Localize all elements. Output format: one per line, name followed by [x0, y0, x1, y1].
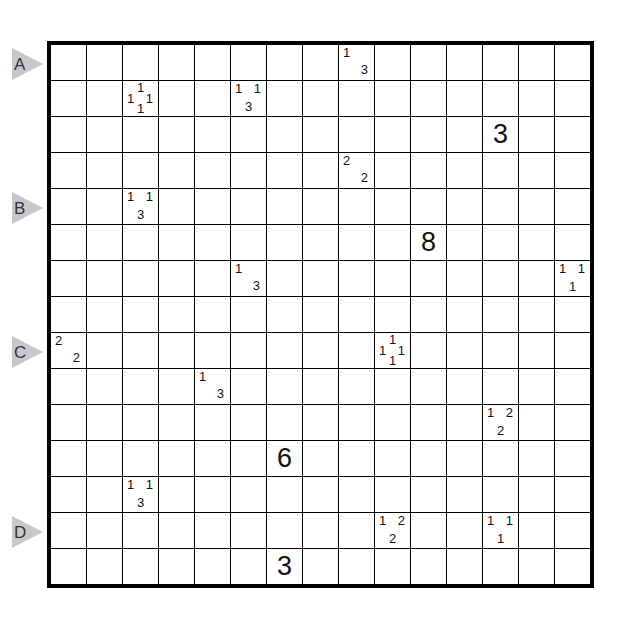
- cell-r8c6[interactable]: [231, 297, 266, 332]
- clue-cell-r4c9: 22: [339, 153, 374, 188]
- clue-digit: 1: [127, 192, 134, 202]
- cell-r3c3[interactable]: [123, 117, 158, 152]
- cell-r8c15[interactable]: [555, 297, 590, 332]
- clue-cell-r3c13: 3: [483, 117, 518, 152]
- row-marker-a: A: [10, 46, 44, 82]
- clue-digit: 2: [343, 156, 350, 166]
- clue-digit: 1: [254, 84, 261, 94]
- clue-cell-r10c5: 13: [195, 369, 230, 404]
- cell-r2c4[interactable]: [159, 81, 194, 116]
- cell-r14c4[interactable]: [159, 513, 194, 548]
- clue-digit: 1: [389, 356, 396, 366]
- clue-digit: 3: [483, 117, 518, 152]
- cell-r14c14[interactable]: [519, 513, 554, 548]
- cell-r6c14[interactable]: [519, 225, 554, 260]
- cell-r7c4[interactable]: [159, 261, 194, 296]
- cell-r11c9[interactable]: [339, 405, 374, 440]
- cell-r14c3[interactable]: [123, 513, 158, 548]
- cell-r13c4[interactable]: [159, 477, 194, 512]
- clue-digit: 2: [389, 534, 396, 544]
- cell-r11c15[interactable]: [555, 405, 590, 440]
- cell-r15c1[interactable]: [51, 549, 86, 584]
- cell-r7c5[interactable]: [195, 261, 230, 296]
- clue-digit: 3: [137, 210, 144, 220]
- clue-cell-r7c6: 13: [231, 261, 266, 296]
- cell-r15c6[interactable]: [231, 549, 266, 584]
- clue-cell-r6c11: 8: [411, 225, 446, 260]
- cell-r5c2[interactable]: [87, 189, 122, 224]
- cell-r1c12[interactable]: [447, 45, 482, 80]
- cell-r8c5[interactable]: [195, 297, 230, 332]
- cell-r15c13[interactable]: [483, 549, 518, 584]
- cell-r5c6[interactable]: [231, 189, 266, 224]
- cell-r1c5[interactable]: [195, 45, 230, 80]
- cell-r6c9[interactable]: [339, 225, 374, 260]
- cell-r11c2[interactable]: [87, 405, 122, 440]
- cell-r3c12[interactable]: [447, 117, 482, 152]
- cell-r4c11[interactable]: [411, 153, 446, 188]
- clue-digit: 1: [578, 264, 585, 274]
- cell-r10c15[interactable]: [555, 369, 590, 404]
- cell-r12c5[interactable]: [195, 441, 230, 476]
- cell-r10c8[interactable]: [303, 369, 338, 404]
- clue-digit: 1: [146, 192, 153, 202]
- clue-cell-r12c7: 6: [267, 441, 302, 476]
- cell-r6c4[interactable]: [159, 225, 194, 260]
- cell-r9c11[interactable]: [411, 333, 446, 368]
- cell-r11c1[interactable]: [51, 405, 86, 440]
- svg-text:A: A: [14, 55, 26, 74]
- cell-r13c7[interactable]: [267, 477, 302, 512]
- cell-r13c5[interactable]: [195, 477, 230, 512]
- cell-r4c14[interactable]: [519, 153, 554, 188]
- clue-cell-r2c6: 113: [231, 81, 266, 116]
- cell-r14c6[interactable]: [231, 513, 266, 548]
- svg-text:D: D: [14, 523, 26, 542]
- cell-r13c1[interactable]: [51, 477, 86, 512]
- clue-digit: 2: [398, 516, 405, 526]
- clue-cell-r13c3: 113: [123, 477, 158, 512]
- cell-r3c11[interactable]: [411, 117, 446, 152]
- cell-r13c14[interactable]: [519, 477, 554, 512]
- cell-r8c4[interactable]: [159, 297, 194, 332]
- cell-r12c11[interactable]: [411, 441, 446, 476]
- cell-r7c2[interactable]: [87, 261, 122, 296]
- clue-digit: 3: [245, 102, 252, 112]
- clue-cell-r11c13: 122: [483, 405, 518, 440]
- clue-cell-r14c13: 111: [483, 513, 518, 548]
- clue-cell-r15c7: 3: [267, 549, 302, 584]
- cell-r2c10[interactable]: [375, 81, 410, 116]
- cell-r4c1[interactable]: [51, 153, 86, 188]
- cell-r6c5[interactable]: [195, 225, 230, 260]
- marker-triangle-icon: A: [10, 46, 44, 82]
- cell-r3c6[interactable]: [231, 117, 266, 152]
- cell-r14c8[interactable]: [303, 513, 338, 548]
- cell-r14c5[interactable]: [195, 513, 230, 548]
- cell-r3c7[interactable]: [267, 117, 302, 152]
- cell-r5c15[interactable]: [555, 189, 590, 224]
- cell-r6c6[interactable]: [231, 225, 266, 260]
- cell-r12c2[interactable]: [87, 441, 122, 476]
- cell-r8c3[interactable]: [123, 297, 158, 332]
- cell-r10c12[interactable]: [447, 369, 482, 404]
- cell-r4c8[interactable]: [303, 153, 338, 188]
- cell-r15c2[interactable]: [87, 549, 122, 584]
- row-marker-b: B: [10, 190, 44, 226]
- cell-r3c2[interactable]: [87, 117, 122, 152]
- cell-r6c10[interactable]: [375, 225, 410, 260]
- cell-r8c2[interactable]: [87, 297, 122, 332]
- cell-r10c2[interactable]: [87, 369, 122, 404]
- cell-r12c12[interactable]: [447, 441, 482, 476]
- cell-r9c14[interactable]: [519, 333, 554, 368]
- row-marker-c: C: [10, 334, 44, 370]
- cell-r1c13[interactable]: [483, 45, 518, 80]
- cell-r7c8[interactable]: [303, 261, 338, 296]
- clue-digit: 1: [389, 335, 396, 345]
- cell-r2c15[interactable]: [555, 81, 590, 116]
- cell-r15c11[interactable]: [411, 549, 446, 584]
- cell-r4c13[interactable]: [483, 153, 518, 188]
- cell-r8c14[interactable]: [519, 297, 554, 332]
- cell-r2c12[interactable]: [447, 81, 482, 116]
- clue-cell-r1c9: 13: [339, 45, 374, 80]
- cell-r4c3[interactable]: [123, 153, 158, 188]
- cell-r12c1[interactable]: [51, 441, 86, 476]
- cell-r6c12[interactable]: [447, 225, 482, 260]
- cell-r7c3[interactable]: [123, 261, 158, 296]
- clue-digit: 1: [127, 94, 134, 104]
- cell-r10c6[interactable]: [231, 369, 266, 404]
- cell-r10c4[interactable]: [159, 369, 194, 404]
- svg-text:B: B: [14, 199, 25, 218]
- cell-r5c13[interactable]: [483, 189, 518, 224]
- clue-digit: 1: [569, 282, 576, 292]
- cell-r1c3[interactable]: [123, 45, 158, 80]
- cell-r9c3[interactable]: [123, 333, 158, 368]
- row-marker-d: D: [10, 514, 44, 550]
- cell-r12c4[interactable]: [159, 441, 194, 476]
- cell-r13c9[interactable]: [339, 477, 374, 512]
- cell-r11c12[interactable]: [447, 405, 482, 440]
- cell-r2c8[interactable]: [303, 81, 338, 116]
- cell-r8c13[interactable]: [483, 297, 518, 332]
- clue-digit: 1: [127, 480, 134, 490]
- cell-r3c8[interactable]: [303, 117, 338, 152]
- cell-r10c9[interactable]: [339, 369, 374, 404]
- cell-r15c15[interactable]: [555, 549, 590, 584]
- cell-r6c1[interactable]: [51, 225, 86, 260]
- clue-digit: 6: [267, 441, 302, 476]
- cell-r9c5[interactable]: [195, 333, 230, 368]
- cell-r15c12[interactable]: [447, 549, 482, 584]
- cell-r9c13[interactable]: [483, 333, 518, 368]
- cell-r5c11[interactable]: [411, 189, 446, 224]
- cell-r1c2[interactable]: [87, 45, 122, 80]
- cell-r11c7[interactable]: [267, 405, 302, 440]
- cell-r14c7[interactable]: [267, 513, 302, 548]
- clue-cell-r14c10: 122: [375, 513, 410, 548]
- cell-r14c9[interactable]: [339, 513, 374, 548]
- cell-r6c7[interactable]: [267, 225, 302, 260]
- cell-r3c4[interactable]: [159, 117, 194, 152]
- cell-r7c14[interactable]: [519, 261, 554, 296]
- cell-r2c11[interactable]: [411, 81, 446, 116]
- clue-digit: 1: [199, 372, 206, 382]
- cell-r4c12[interactable]: [447, 153, 482, 188]
- cell-r8c1[interactable]: [51, 297, 86, 332]
- clue-digit: 1: [497, 534, 504, 544]
- cell-r12c3[interactable]: [123, 441, 158, 476]
- cell-r3c9[interactable]: [339, 117, 374, 152]
- cell-r6c13[interactable]: [483, 225, 518, 260]
- cell-r3c15[interactable]: [555, 117, 590, 152]
- cell-r4c15[interactable]: [555, 153, 590, 188]
- cell-r13c6[interactable]: [231, 477, 266, 512]
- cell-r5c10[interactable]: [375, 189, 410, 224]
- clue-cell-r2c3: 1111: [123, 81, 158, 116]
- cell-r14c2[interactable]: [87, 513, 122, 548]
- clue-digit: 1: [487, 408, 494, 418]
- cell-r7c11[interactable]: [411, 261, 446, 296]
- marker-triangle-icon: B: [10, 190, 44, 226]
- cell-r13c15[interactable]: [555, 477, 590, 512]
- svg-text:C: C: [14, 343, 26, 362]
- cell-r15c14[interactable]: [519, 549, 554, 584]
- cell-r10c11[interactable]: [411, 369, 446, 404]
- cell-r9c2[interactable]: [87, 333, 122, 368]
- cell-r12c13[interactable]: [483, 441, 518, 476]
- clue-digit: 2: [73, 353, 80, 363]
- cell-r3c14[interactable]: [519, 117, 554, 152]
- clue-digit: 2: [497, 426, 504, 436]
- cell-r1c1[interactable]: [51, 45, 86, 80]
- cell-r7c12[interactable]: [447, 261, 482, 296]
- cell-r14c12[interactable]: [447, 513, 482, 548]
- cell-r7c7[interactable]: [267, 261, 302, 296]
- cell-r7c1[interactable]: [51, 261, 86, 296]
- marker-triangle-icon: D: [10, 514, 44, 550]
- cell-r12c8[interactable]: [303, 441, 338, 476]
- cell-r11c5[interactable]: [195, 405, 230, 440]
- cell-r10c7[interactable]: [267, 369, 302, 404]
- cell-r14c11[interactable]: [411, 513, 446, 548]
- cell-r12c6[interactable]: [231, 441, 266, 476]
- cell-r3c5[interactable]: [195, 117, 230, 152]
- clue-digit: 1: [343, 48, 350, 58]
- clue-digit: 2: [361, 173, 368, 183]
- cell-r10c14[interactable]: [519, 369, 554, 404]
- cell-r8c9[interactable]: [339, 297, 374, 332]
- clue-digit: 3: [217, 389, 224, 399]
- cell-r2c7[interactable]: [267, 81, 302, 116]
- cell-r2c2[interactable]: [87, 81, 122, 116]
- cell-r1c11[interactable]: [411, 45, 446, 80]
- cell-r11c4[interactable]: [159, 405, 194, 440]
- cell-r7c9[interactable]: [339, 261, 374, 296]
- cell-r13c10[interactable]: [375, 477, 410, 512]
- cell-r5c7[interactable]: [267, 189, 302, 224]
- cell-r11c8[interactable]: [303, 405, 338, 440]
- cell-r6c15[interactable]: [555, 225, 590, 260]
- cell-r15c4[interactable]: [159, 549, 194, 584]
- cell-r8c8[interactable]: [303, 297, 338, 332]
- clue-digit: 1: [137, 104, 144, 114]
- clue-digit: 1: [506, 516, 513, 526]
- cell-r8c12[interactable]: [447, 297, 482, 332]
- cell-r5c8[interactable]: [303, 189, 338, 224]
- cell-r2c5[interactable]: [195, 81, 230, 116]
- clue-digit: 1: [146, 94, 153, 104]
- cell-r12c14[interactable]: [519, 441, 554, 476]
- clue-cell-r9c1: 22: [51, 333, 86, 368]
- cell-r10c13[interactable]: [483, 369, 518, 404]
- cell-r11c6[interactable]: [231, 405, 266, 440]
- cell-r9c15[interactable]: [555, 333, 590, 368]
- cell-r12c15[interactable]: [555, 441, 590, 476]
- cell-r3c1[interactable]: [51, 117, 86, 152]
- cell-r2c9[interactable]: [339, 81, 374, 116]
- cell-r13c2[interactable]: [87, 477, 122, 512]
- clue-digit: 3: [267, 549, 302, 584]
- tapa-puzzle-page: 1311111133221138131112211111312261131221…: [0, 0, 641, 633]
- cell-r5c9[interactable]: [339, 189, 374, 224]
- cell-r15c5[interactable]: [195, 549, 230, 584]
- clue-digit: 3: [253, 281, 260, 291]
- cell-r1c6[interactable]: [231, 45, 266, 80]
- cell-r9c12[interactable]: [447, 333, 482, 368]
- cell-r11c10[interactable]: [375, 405, 410, 440]
- cell-r13c11[interactable]: [411, 477, 446, 512]
- cell-r13c13[interactable]: [483, 477, 518, 512]
- marker-triangle-icon: C: [10, 334, 44, 370]
- cell-r9c4[interactable]: [159, 333, 194, 368]
- cell-r13c12[interactable]: [447, 477, 482, 512]
- clue-digit: 1: [487, 516, 494, 526]
- cell-r6c3[interactable]: [123, 225, 158, 260]
- cell-r4c7[interactable]: [267, 153, 302, 188]
- cell-r15c9[interactable]: [339, 549, 374, 584]
- cell-r1c10[interactable]: [375, 45, 410, 80]
- cell-r14c1[interactable]: [51, 513, 86, 548]
- cell-r1c8[interactable]: [303, 45, 338, 80]
- tapa-board: 1311111133221138131112211111312261131221…: [47, 41, 594, 588]
- cell-r10c3[interactable]: [123, 369, 158, 404]
- cell-r11c14[interactable]: [519, 405, 554, 440]
- clue-digit: 8: [411, 225, 446, 260]
- clue-cell-r9c10: 1111: [375, 333, 410, 368]
- cell-r5c1[interactable]: [51, 189, 86, 224]
- cell-r13c8[interactable]: [303, 477, 338, 512]
- cell-r11c3[interactable]: [123, 405, 158, 440]
- cell-r5c4[interactable]: [159, 189, 194, 224]
- cell-r5c14[interactable]: [519, 189, 554, 224]
- cell-r4c2[interactable]: [87, 153, 122, 188]
- cell-r1c7[interactable]: [267, 45, 302, 80]
- cell-r2c14[interactable]: [519, 81, 554, 116]
- cell-r10c1[interactable]: [51, 369, 86, 404]
- cell-r8c10[interactable]: [375, 297, 410, 332]
- cell-r8c11[interactable]: [411, 297, 446, 332]
- cell-r4c4[interactable]: [159, 153, 194, 188]
- clue-digit: 1: [559, 264, 566, 274]
- cell-r6c8[interactable]: [303, 225, 338, 260]
- cell-r11c11[interactable]: [411, 405, 446, 440]
- cell-r2c13[interactable]: [483, 81, 518, 116]
- cell-r1c14[interactable]: [519, 45, 554, 80]
- cell-r7c13[interactable]: [483, 261, 518, 296]
- cell-r1c4[interactable]: [159, 45, 194, 80]
- clue-digit: 1: [379, 346, 386, 356]
- cell-r8c7[interactable]: [267, 297, 302, 332]
- cell-r9c7[interactable]: [267, 333, 302, 368]
- clue-digit: 3: [137, 498, 144, 508]
- clue-digit: 3: [361, 65, 368, 75]
- clue-digit: 1: [235, 84, 242, 94]
- cell-r2c1[interactable]: [51, 81, 86, 116]
- cell-r4c5[interactable]: [195, 153, 230, 188]
- clue-digit: 2: [506, 408, 513, 418]
- cell-r9c9[interactable]: [339, 333, 374, 368]
- cell-r4c6[interactable]: [231, 153, 266, 188]
- clue-digit: 1: [398, 346, 405, 356]
- clue-digit: 1: [137, 83, 144, 93]
- cell-r15c3[interactable]: [123, 549, 158, 584]
- clue-cell-r5c3: 113: [123, 189, 158, 224]
- cell-r9c6[interactable]: [231, 333, 266, 368]
- cell-r4c10[interactable]: [375, 153, 410, 188]
- cell-r9c8[interactable]: [303, 333, 338, 368]
- cell-r12c9[interactable]: [339, 441, 374, 476]
- cell-r5c12[interactable]: [447, 189, 482, 224]
- clue-digit: 2: [55, 336, 62, 346]
- cell-r5c5[interactable]: [195, 189, 230, 224]
- clue-digit: 1: [146, 480, 153, 490]
- cell-r14c15[interactable]: [555, 513, 590, 548]
- cell-r6c2[interactable]: [87, 225, 122, 260]
- cell-r3c10[interactable]: [375, 117, 410, 152]
- cell-r12c10[interactable]: [375, 441, 410, 476]
- clue-digit: 1: [379, 516, 386, 526]
- cell-r7c10[interactable]: [375, 261, 410, 296]
- cell-r1c15[interactable]: [555, 45, 590, 80]
- clue-cell-r7c15: 111: [555, 261, 590, 296]
- clue-digit: 1: [235, 264, 242, 274]
- cell-r15c10[interactable]: [375, 549, 410, 584]
- cell-r15c8[interactable]: [303, 549, 338, 584]
- cell-r10c10[interactable]: [375, 369, 410, 404]
